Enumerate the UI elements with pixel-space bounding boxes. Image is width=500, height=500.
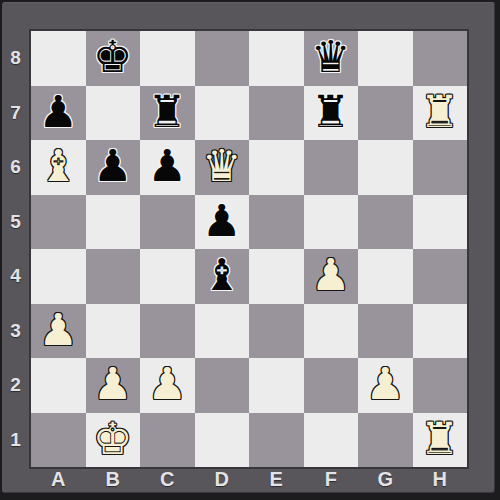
white-pawn[interactable]: ♟ — [93, 362, 132, 406]
square-f7[interactable]: ♜ — [304, 86, 359, 141]
file-label-a: A — [31, 467, 86, 492]
square-h7[interactable]: ♜ — [413, 86, 468, 141]
white-pawn[interactable]: ♟ — [366, 362, 405, 406]
rank-label-4: 4 — [2, 249, 29, 304]
black-bishop[interactable]: ♝ — [202, 253, 241, 297]
black-rook[interactable]: ♜ — [311, 90, 350, 134]
square-d6[interactable]: ♛ — [195, 140, 250, 195]
black-pawn[interactable]: ♟ — [202, 199, 241, 243]
square-b8[interactable]: ♚ — [86, 31, 141, 86]
square-d7[interactable] — [195, 86, 250, 141]
square-e3[interactable] — [249, 304, 304, 359]
square-c5[interactable] — [140, 195, 195, 250]
file-labels: ABCDEFGH — [31, 467, 467, 492]
black-pawn[interactable]: ♟ — [93, 144, 132, 188]
square-d8[interactable] — [195, 31, 250, 86]
square-f4[interactable]: ♟ — [304, 249, 359, 304]
square-e7[interactable] — [249, 86, 304, 141]
square-e8[interactable] — [249, 31, 304, 86]
square-b3[interactable] — [86, 304, 141, 359]
square-a6[interactable]: ♝ — [31, 140, 86, 195]
square-h2[interactable] — [413, 358, 468, 413]
file-label-g: G — [358, 467, 413, 492]
square-d3[interactable] — [195, 304, 250, 359]
rank-label-6: 6 — [2, 140, 29, 195]
white-queen[interactable]: ♛ — [202, 144, 241, 188]
square-g8[interactable] — [358, 31, 413, 86]
square-b2[interactable]: ♟ — [86, 358, 141, 413]
square-f5[interactable] — [304, 195, 359, 250]
file-label-d: D — [195, 467, 250, 492]
rank-label-1: 1 — [2, 413, 29, 468]
black-king[interactable]: ♚ — [93, 35, 132, 79]
square-f8[interactable]: ♛ — [304, 31, 359, 86]
square-e6[interactable] — [249, 140, 304, 195]
square-b4[interactable] — [86, 249, 141, 304]
file-label-b: B — [86, 467, 141, 492]
square-c1[interactable] — [140, 413, 195, 468]
square-g1[interactable] — [358, 413, 413, 468]
square-a7[interactable]: ♟ — [31, 86, 86, 141]
rank-label-8: 8 — [2, 31, 29, 86]
square-c2[interactable]: ♟ — [140, 358, 195, 413]
white-king[interactable]: ♚ — [93, 417, 132, 461]
rank-labels: 87654321 — [2, 31, 29, 467]
square-g6[interactable] — [358, 140, 413, 195]
square-a3[interactable]: ♟ — [31, 304, 86, 359]
square-a8[interactable] — [31, 31, 86, 86]
square-d5[interactable]: ♟ — [195, 195, 250, 250]
square-e2[interactable] — [249, 358, 304, 413]
chessboard-window: 87654321 ♚♛♟♜♜♜♝♟♟♛♟♝♟♟♟♟♟♚♜ ABCDEFGH — [0, 0, 500, 500]
square-c4[interactable] — [140, 249, 195, 304]
square-a4[interactable] — [31, 249, 86, 304]
square-f6[interactable] — [304, 140, 359, 195]
black-pawn[interactable]: ♟ — [39, 90, 78, 134]
file-label-c: C — [140, 467, 195, 492]
square-h3[interactable] — [413, 304, 468, 359]
square-b5[interactable] — [86, 195, 141, 250]
square-h4[interactable] — [413, 249, 468, 304]
white-bishop[interactable]: ♝ — [39, 144, 78, 188]
square-h8[interactable] — [413, 31, 468, 86]
rank-label-3: 3 — [2, 304, 29, 359]
square-c8[interactable] — [140, 31, 195, 86]
square-g4[interactable] — [358, 249, 413, 304]
square-a1[interactable] — [31, 413, 86, 468]
rank-label-5: 5 — [2, 195, 29, 250]
rank-label-7: 7 — [2, 86, 29, 141]
square-h6[interactable] — [413, 140, 468, 195]
chess-board[interactable]: ♚♛♟♜♜♜♝♟♟♛♟♝♟♟♟♟♟♚♜ — [31, 31, 467, 467]
square-c7[interactable]: ♜ — [140, 86, 195, 141]
file-label-e: E — [249, 467, 304, 492]
square-e4[interactable] — [249, 249, 304, 304]
white-rook[interactable]: ♜ — [420, 90, 459, 134]
black-queen[interactable]: ♛ — [311, 35, 350, 79]
square-f1[interactable] — [304, 413, 359, 468]
black-pawn[interactable]: ♟ — [148, 144, 187, 188]
black-rook[interactable]: ♜ — [148, 90, 187, 134]
square-h5[interactable] — [413, 195, 468, 250]
white-rook[interactable]: ♜ — [420, 417, 459, 461]
square-e1[interactable] — [249, 413, 304, 468]
square-f3[interactable] — [304, 304, 359, 359]
white-pawn[interactable]: ♟ — [39, 308, 78, 352]
square-g7[interactable] — [358, 86, 413, 141]
rank-label-2: 2 — [2, 358, 29, 413]
square-d2[interactable] — [195, 358, 250, 413]
square-c6[interactable]: ♟ — [140, 140, 195, 195]
square-f2[interactable] — [304, 358, 359, 413]
file-label-h: H — [413, 467, 468, 492]
white-pawn[interactable]: ♟ — [148, 362, 187, 406]
square-b7[interactable] — [86, 86, 141, 141]
square-a2[interactable] — [31, 358, 86, 413]
square-d4[interactable]: ♝ — [195, 249, 250, 304]
file-label-f: F — [304, 467, 359, 492]
square-h1[interactable]: ♜ — [413, 413, 468, 468]
white-pawn[interactable]: ♟ — [311, 253, 350, 297]
square-b6[interactable]: ♟ — [86, 140, 141, 195]
square-d1[interactable] — [195, 413, 250, 468]
square-b1[interactable]: ♚ — [86, 413, 141, 468]
square-g5[interactable] — [358, 195, 413, 250]
square-a5[interactable] — [31, 195, 86, 250]
square-c3[interactable] — [140, 304, 195, 359]
square-e5[interactable] — [249, 195, 304, 250]
square-g2[interactable]: ♟ — [358, 358, 413, 413]
square-g3[interactable] — [358, 304, 413, 359]
